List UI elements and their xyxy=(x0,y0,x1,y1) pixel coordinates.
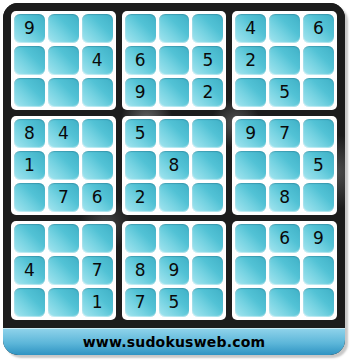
cell-r6c9[interactable] xyxy=(303,183,334,212)
cell-r4c9[interactable] xyxy=(303,119,334,148)
cell-r3c3[interactable] xyxy=(82,78,113,107)
box-3-2: 8975 xyxy=(122,221,227,320)
cell-r4c6[interactable] xyxy=(192,119,223,148)
cell-r3c7[interactable] xyxy=(235,78,266,107)
cell-r8c7[interactable] xyxy=(235,256,266,285)
cell-r2c4[interactable]: 6 xyxy=(125,46,156,75)
cell-r2c7[interactable]: 2 xyxy=(235,46,266,75)
cell-r7c9[interactable]: 9 xyxy=(303,224,334,253)
cell-r6c5[interactable] xyxy=(159,183,190,212)
cell-r9c8[interactable] xyxy=(269,288,300,317)
cell-r3c4[interactable]: 9 xyxy=(125,78,156,107)
cell-r5c6[interactable] xyxy=(192,151,223,180)
cell-r2c9[interactable] xyxy=(303,46,334,75)
cell-r9c9[interactable] xyxy=(303,288,334,317)
cell-r6c8[interactable]: 8 xyxy=(269,183,300,212)
cell-r4c8[interactable]: 7 xyxy=(269,119,300,148)
cell-r5c7[interactable] xyxy=(235,151,266,180)
cell-r2c8[interactable] xyxy=(269,46,300,75)
cell-r5c5[interactable]: 8 xyxy=(159,151,190,180)
cell-r5c1[interactable]: 1 xyxy=(14,151,45,180)
cell-r6c7[interactable] xyxy=(235,183,266,212)
cell-r3c1[interactable] xyxy=(14,78,45,107)
website-url[interactable]: www.sudokusweb.com xyxy=(83,334,266,350)
cell-r5c4[interactable] xyxy=(125,151,156,180)
box-2-1: 84176 xyxy=(11,116,116,215)
box-1-1: 94 xyxy=(11,11,116,110)
cell-r1c4[interactable] xyxy=(125,14,156,43)
box-1-3: 4625 xyxy=(232,11,337,110)
cell-r2c1[interactable] xyxy=(14,46,45,75)
cell-r2c3[interactable]: 4 xyxy=(82,46,113,75)
cell-r5c9[interactable]: 5 xyxy=(303,151,334,180)
cell-r6c1[interactable] xyxy=(14,183,45,212)
cell-r1c7[interactable]: 4 xyxy=(235,14,266,43)
box-2-2: 582 xyxy=(122,116,227,215)
box-1-2: 6592 xyxy=(122,11,227,110)
sudoku-grid: 9465924625841765829758471897569 xyxy=(3,3,345,328)
cell-r7c1[interactable] xyxy=(14,224,45,253)
cell-r5c3[interactable] xyxy=(82,151,113,180)
cell-r3c2[interactable] xyxy=(48,78,79,107)
cell-r4c3[interactable] xyxy=(82,119,113,148)
cell-r8c5[interactable]: 9 xyxy=(159,256,190,285)
footer-bar: www.sudokusweb.com xyxy=(3,328,345,355)
cell-r7c5[interactable] xyxy=(159,224,190,253)
cell-r1c9[interactable]: 6 xyxy=(303,14,334,43)
box-3-1: 471 xyxy=(11,221,116,320)
cell-r4c1[interactable]: 8 xyxy=(14,119,45,148)
cell-r8c4[interactable]: 8 xyxy=(125,256,156,285)
cell-r1c5[interactable] xyxy=(159,14,190,43)
cell-r8c1[interactable]: 4 xyxy=(14,256,45,285)
cell-r4c4[interactable]: 5 xyxy=(125,119,156,148)
cell-r9c2[interactable] xyxy=(48,288,79,317)
cell-r4c7[interactable]: 9 xyxy=(235,119,266,148)
cell-r7c4[interactable] xyxy=(125,224,156,253)
cell-r1c6[interactable] xyxy=(192,14,223,43)
cell-r7c6[interactable] xyxy=(192,224,223,253)
cell-r8c6[interactable] xyxy=(192,256,223,285)
cell-r9c7[interactable] xyxy=(235,288,266,317)
cell-r1c2[interactable] xyxy=(48,14,79,43)
cell-r6c6[interactable] xyxy=(192,183,223,212)
cell-r2c2[interactable] xyxy=(48,46,79,75)
cell-r3c8[interactable]: 5 xyxy=(269,78,300,107)
cell-r9c3[interactable]: 1 xyxy=(82,288,113,317)
cell-r7c2[interactable] xyxy=(48,224,79,253)
cell-r2c6[interactable]: 5 xyxy=(192,46,223,75)
cell-r3c9[interactable] xyxy=(303,78,334,107)
cell-r9c1[interactable] xyxy=(14,288,45,317)
cell-r6c2[interactable]: 7 xyxy=(48,183,79,212)
cell-r3c6[interactable]: 2 xyxy=(192,78,223,107)
cell-r6c3[interactable]: 6 xyxy=(82,183,113,212)
cell-r1c8[interactable] xyxy=(269,14,300,43)
cell-r7c7[interactable] xyxy=(235,224,266,253)
cell-r8c9[interactable] xyxy=(303,256,334,285)
cell-r8c8[interactable] xyxy=(269,256,300,285)
cell-r8c2[interactable] xyxy=(48,256,79,285)
box-2-3: 9758 xyxy=(232,116,337,215)
cell-r1c3[interactable] xyxy=(82,14,113,43)
cell-r9c5[interactable]: 5 xyxy=(159,288,190,317)
sudoku-board-frame: 9465924625841765829758471897569 www.sudo… xyxy=(3,3,345,355)
cell-r6c4[interactable]: 2 xyxy=(125,183,156,212)
cell-r9c4[interactable]: 7 xyxy=(125,288,156,317)
cell-r2c5[interactable] xyxy=(159,46,190,75)
cell-r4c5[interactable] xyxy=(159,119,190,148)
box-3-3: 69 xyxy=(232,221,337,320)
cell-r8c3[interactable]: 7 xyxy=(82,256,113,285)
cell-r4c2[interactable]: 4 xyxy=(48,119,79,148)
cell-r5c8[interactable] xyxy=(269,151,300,180)
cell-r7c8[interactable]: 6 xyxy=(269,224,300,253)
cell-r7c3[interactable] xyxy=(82,224,113,253)
cell-r3c5[interactable] xyxy=(159,78,190,107)
cell-r5c2[interactable] xyxy=(48,151,79,180)
cell-r9c6[interactable] xyxy=(192,288,223,317)
cell-r1c1[interactable]: 9 xyxy=(14,14,45,43)
